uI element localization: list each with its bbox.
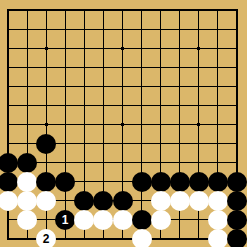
white-stone [170, 191, 190, 211]
white-stone [208, 191, 228, 211]
black-stone [227, 172, 247, 192]
black-stone [208, 172, 228, 192]
white-stone [208, 210, 228, 230]
white-stone [208, 229, 228, 247]
star-point [45, 47, 48, 50]
white-stone [151, 210, 171, 230]
black-stone [132, 210, 152, 230]
move-2-stone: 2 [36, 229, 56, 247]
star-point [197, 123, 200, 126]
black-stone [93, 191, 113, 211]
black-stone [113, 191, 133, 211]
black-stone [36, 134, 56, 154]
go-diagram: 12 [0, 0, 247, 247]
go-board: 12 [0, 0, 247, 247]
star-point [45, 123, 48, 126]
move-1-stone: 1 [55, 210, 75, 230]
white-stone [93, 210, 113, 230]
black-stone [227, 229, 247, 247]
white-stone [0, 191, 18, 211]
grid-line-horizontal [7, 162, 238, 163]
white-stone [113, 210, 133, 230]
white-stone [132, 229, 152, 247]
black-stone [17, 153, 37, 173]
star-point [121, 123, 124, 126]
black-stone [227, 210, 247, 230]
black-stone [55, 172, 75, 192]
white-stone [74, 210, 94, 230]
white-stone [17, 191, 37, 211]
black-stone [227, 191, 247, 211]
black-stone [0, 153, 18, 173]
black-stone [151, 172, 171, 192]
black-stone [0, 172, 18, 192]
black-stone [170, 172, 190, 192]
star-point [197, 47, 200, 50]
black-stone [36, 172, 56, 192]
white-stone [36, 191, 56, 211]
white-stone [17, 210, 37, 230]
black-stone [132, 172, 152, 192]
star-point [121, 47, 124, 50]
white-stone [151, 191, 171, 211]
black-stone [189, 172, 209, 192]
black-stone [74, 191, 94, 211]
white-stone [189, 191, 209, 211]
white-stone [17, 172, 37, 192]
grid-line-vertical [141, 9, 142, 240]
